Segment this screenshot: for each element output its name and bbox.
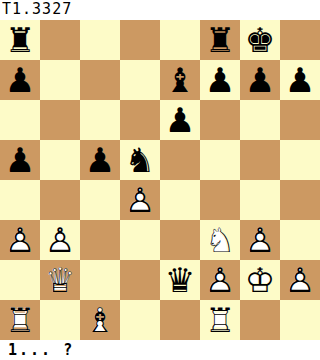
chess-board: ♜♜♚♟♝♟♟♟♟♟♟♞♟♙♟♙♟♙♞♘♟♙♛♕♛♟♙♚♔♟♙♜♖♝♗♜♖ (0, 20, 320, 340)
piece-white-king: ♚♔ (240, 260, 280, 300)
piece-black-bishop: ♝ (160, 60, 200, 100)
piece-glyph: ♟ (280, 60, 320, 100)
square-a7[interactable]: ♟ (0, 60, 40, 100)
piece-outline-layer: ♙ (40, 220, 80, 260)
square-b4[interactable] (40, 180, 80, 220)
piece-outline-layer: ♙ (240, 220, 280, 260)
square-a6[interactable] (0, 100, 40, 140)
square-d3[interactable] (120, 220, 160, 260)
square-a2[interactable] (0, 260, 40, 300)
piece-outline-layer: ♔ (240, 260, 280, 300)
square-d6[interactable] (120, 100, 160, 140)
piece-white-pawn: ♟♙ (240, 220, 280, 260)
square-f4[interactable] (200, 180, 240, 220)
square-f2[interactable]: ♟♙ (200, 260, 240, 300)
piece-black-rook: ♜ (0, 20, 40, 60)
piece-outline-layer: ♕ (40, 260, 80, 300)
square-h3[interactable] (280, 220, 320, 260)
square-a8[interactable]: ♜ (0, 20, 40, 60)
square-e4[interactable] (160, 180, 200, 220)
piece-black-pawn: ♟ (240, 60, 280, 100)
piece-glyph: ♟ (0, 140, 40, 180)
piece-glyph: ♛ (160, 260, 200, 300)
square-h4[interactable] (280, 180, 320, 220)
square-h2[interactable]: ♟♙ (280, 260, 320, 300)
square-c3[interactable] (80, 220, 120, 260)
square-e6[interactable]: ♟ (160, 100, 200, 140)
square-h5[interactable] (280, 140, 320, 180)
square-g1[interactable] (240, 300, 280, 340)
square-b2[interactable]: ♛♕ (40, 260, 80, 300)
square-d8[interactable] (120, 20, 160, 60)
square-c5[interactable]: ♟ (80, 140, 120, 180)
piece-black-pawn: ♟ (0, 140, 40, 180)
piece-outline-layer: ♖ (200, 300, 240, 340)
piece-white-bishop: ♝♗ (80, 300, 120, 340)
square-h1[interactable] (280, 300, 320, 340)
piece-glyph: ♟ (240, 60, 280, 100)
piece-black-pawn: ♟ (80, 140, 120, 180)
piece-white-pawn: ♟♙ (40, 220, 80, 260)
square-c1[interactable]: ♝♗ (80, 300, 120, 340)
piece-white-pawn: ♟♙ (280, 260, 320, 300)
chess-puzzle-app: T1.3327 ♜♜♚♟♝♟♟♟♟♟♟♞♟♙♟♙♟♙♞♘♟♙♛♕♛♟♙♚♔♟♙♜… (0, 0, 320, 360)
square-e5[interactable] (160, 140, 200, 180)
piece-glyph: ♞ (120, 140, 160, 180)
piece-black-pawn: ♟ (0, 60, 40, 100)
piece-glyph: ♜ (200, 20, 240, 60)
square-h8[interactable] (280, 20, 320, 60)
square-a5[interactable]: ♟ (0, 140, 40, 180)
piece-black-queen: ♛ (160, 260, 200, 300)
square-g7[interactable]: ♟ (240, 60, 280, 100)
square-c8[interactable] (80, 20, 120, 60)
piece-white-pawn: ♟♙ (200, 260, 240, 300)
piece-glyph: ♟ (200, 60, 240, 100)
square-g5[interactable] (240, 140, 280, 180)
square-f1[interactable]: ♜♖ (200, 300, 240, 340)
square-d2[interactable] (120, 260, 160, 300)
piece-glyph: ♜ (0, 20, 40, 60)
square-d7[interactable] (120, 60, 160, 100)
piece-outline-layer: ♙ (0, 220, 40, 260)
square-c6[interactable] (80, 100, 120, 140)
square-g4[interactable] (240, 180, 280, 220)
square-b6[interactable] (40, 100, 80, 140)
square-b1[interactable] (40, 300, 80, 340)
piece-black-rook: ♜ (200, 20, 240, 60)
square-f8[interactable]: ♜ (200, 20, 240, 60)
square-b5[interactable] (40, 140, 80, 180)
square-d4[interactable]: ♟♙ (120, 180, 160, 220)
piece-black-knight: ♞ (120, 140, 160, 180)
square-e7[interactable]: ♝ (160, 60, 200, 100)
move-prompt: 1... ? (0, 340, 320, 360)
square-h6[interactable] (280, 100, 320, 140)
piece-white-pawn: ♟♙ (120, 180, 160, 220)
piece-outline-layer: ♙ (200, 260, 240, 300)
piece-outline-layer: ♙ (120, 180, 160, 220)
square-f7[interactable]: ♟ (200, 60, 240, 100)
square-b3[interactable]: ♟♙ (40, 220, 80, 260)
square-a3[interactable]: ♟♙ (0, 220, 40, 260)
square-g6[interactable] (240, 100, 280, 140)
piece-black-pawn: ♟ (200, 60, 240, 100)
square-b8[interactable] (40, 20, 80, 60)
piece-outline-layer: ♖ (0, 300, 40, 340)
square-a1[interactable]: ♜♖ (0, 300, 40, 340)
piece-outline-layer: ♘ (200, 220, 240, 260)
square-h7[interactable]: ♟ (280, 60, 320, 100)
square-d1[interactable] (120, 300, 160, 340)
piece-black-king: ♚ (240, 20, 280, 60)
piece-black-pawn: ♟ (160, 100, 200, 140)
square-g8[interactable]: ♚ (240, 20, 280, 60)
square-g3[interactable]: ♟♙ (240, 220, 280, 260)
piece-outline-layer: ♙ (280, 260, 320, 300)
piece-glyph: ♟ (160, 100, 200, 140)
piece-glyph: ♟ (0, 60, 40, 100)
square-e8[interactable] (160, 20, 200, 60)
square-e1[interactable] (160, 300, 200, 340)
square-f3[interactable]: ♞♘ (200, 220, 240, 260)
square-c7[interactable] (80, 60, 120, 100)
square-f6[interactable] (200, 100, 240, 140)
piece-black-pawn: ♟ (280, 60, 320, 100)
square-b7[interactable] (40, 60, 80, 100)
piece-white-queen: ♛♕ (40, 260, 80, 300)
square-c4[interactable] (80, 180, 120, 220)
piece-glyph: ♟ (80, 140, 120, 180)
piece-white-rook: ♜♖ (0, 300, 40, 340)
piece-glyph: ♝ (160, 60, 200, 100)
piece-white-rook: ♜♖ (200, 300, 240, 340)
square-d5[interactable]: ♞ (120, 140, 160, 180)
square-e2[interactable]: ♛ (160, 260, 200, 300)
piece-white-pawn: ♟♙ (0, 220, 40, 260)
square-a4[interactable] (0, 180, 40, 220)
piece-outline-layer: ♗ (80, 300, 120, 340)
puzzle-id: T1.3327 (0, 0, 320, 20)
piece-white-knight: ♞♘ (200, 220, 240, 260)
square-f5[interactable] (200, 140, 240, 180)
piece-glyph: ♚ (240, 20, 280, 60)
square-g2[interactable]: ♚♔ (240, 260, 280, 300)
square-c2[interactable] (80, 260, 120, 300)
square-e3[interactable] (160, 220, 200, 260)
